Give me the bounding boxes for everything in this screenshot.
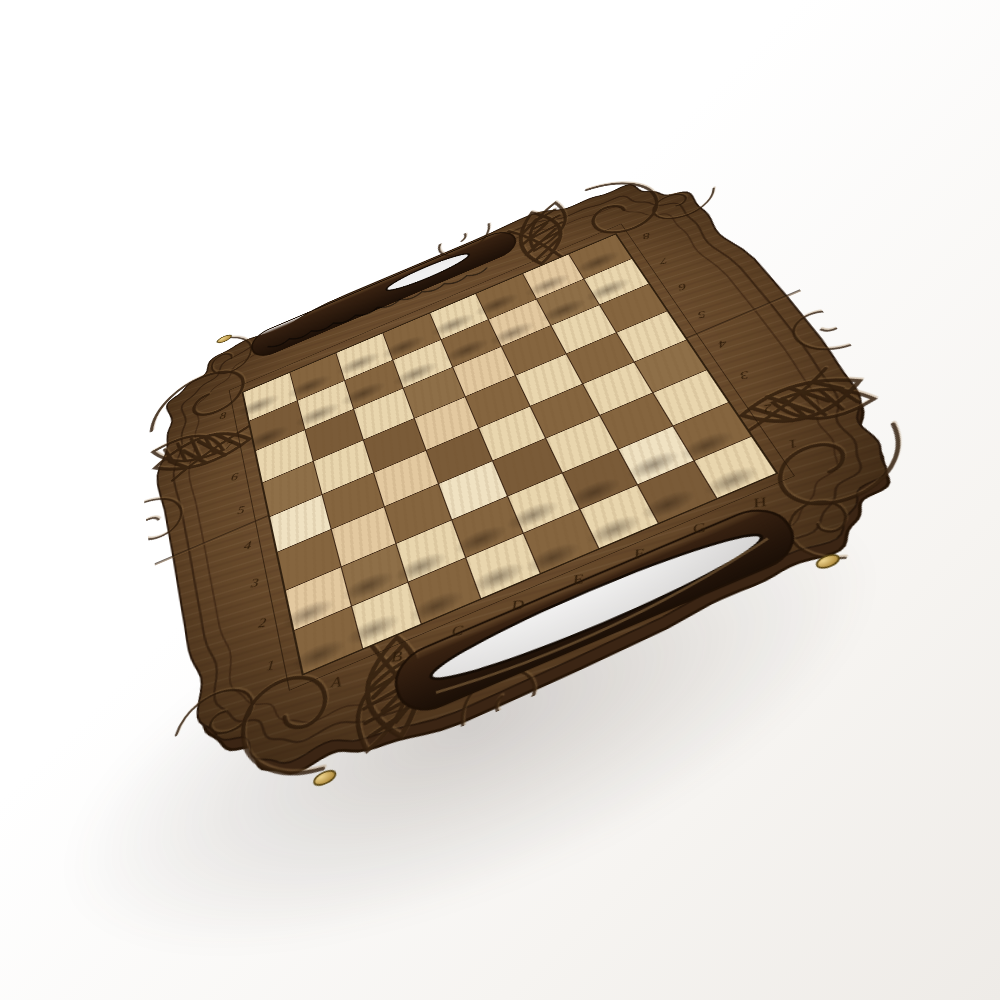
piece-layer: ♜♞♝♛♚♝♞♜♟♟♟♟♟♟♟♟♟♟♟♟♟♟♟♟♜♞♝♛♚♝♞♜ xyxy=(131,142,985,846)
white-rook-glyph: ♜ xyxy=(288,564,373,659)
white-rook-glyph: ♜ xyxy=(702,390,787,485)
photo-stage: 8765432187654321ABCDEFGH ♜♞♝♛♚♝♞♜♟♟♟♟♟♟♟… xyxy=(0,0,1000,1000)
rank-label-right-5: 5 xyxy=(698,308,706,320)
white-bishop-glyph: ♝ xyxy=(402,509,493,611)
rank-label-right-7: 7 xyxy=(660,255,668,266)
carved-chess-board: 8765432187654321ABCDEFGH ♜♞♝♛♚♝♞♜♟♟♟♟♟♟♟… xyxy=(131,142,985,846)
white-king-glyph: ♚ xyxy=(511,441,620,563)
rank-label-right-8: 8 xyxy=(642,230,650,241)
rank-label-right-6: 6 xyxy=(678,281,686,293)
perspective-scene: 8765432187654321ABCDEFGH ♜♞♝♛♚♝♞♜♟♟♟♟♟♟♟… xyxy=(0,0,1000,1000)
